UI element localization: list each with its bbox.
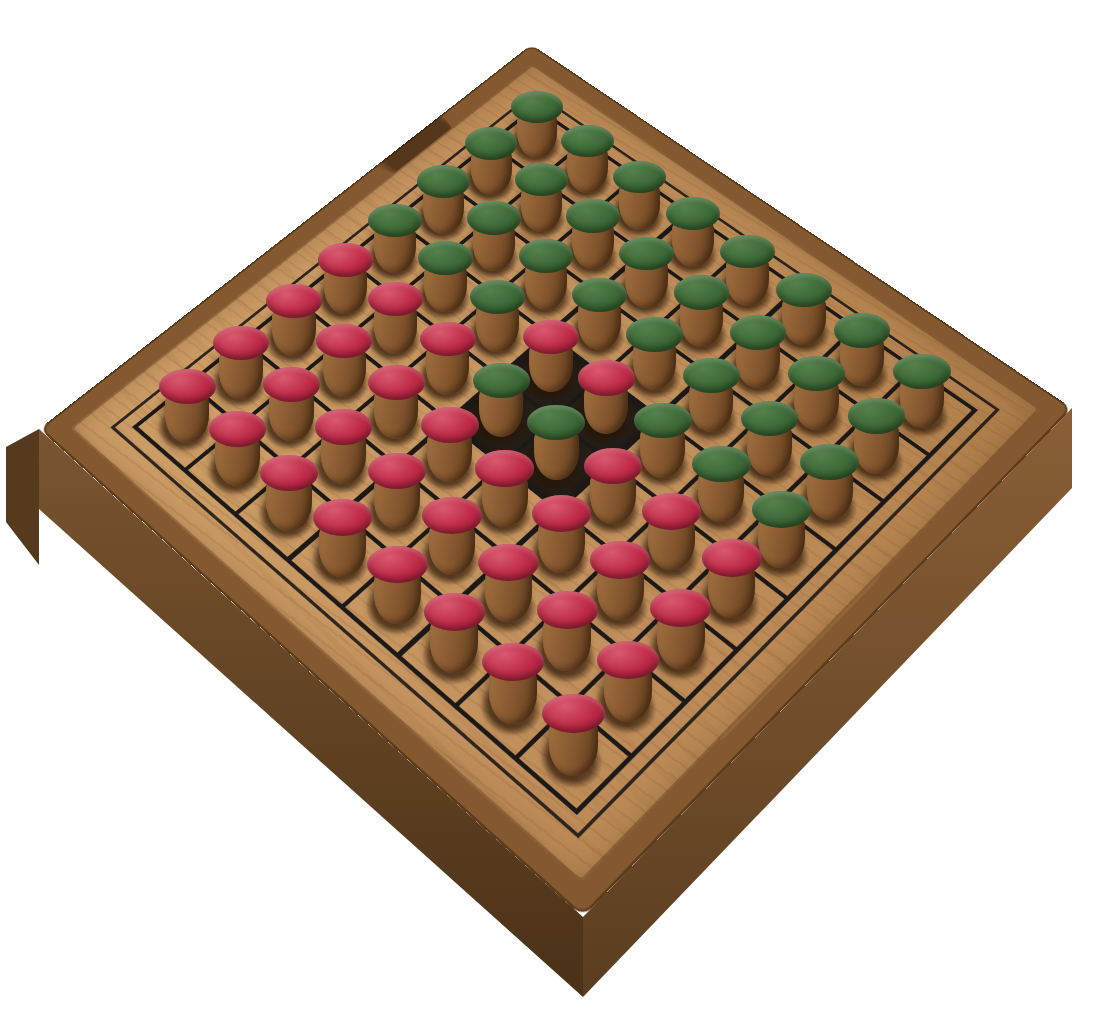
peg-red-b6[interactable]	[316, 324, 372, 398]
peg-red-b8[interactable]	[209, 411, 267, 487]
peg-red-a8[interactable]	[159, 369, 216, 443]
peg-top	[532, 495, 592, 532]
peg-top	[626, 317, 682, 352]
peg-top	[266, 284, 321, 318]
peg-red-h7[interactable]	[597, 641, 659, 723]
peg-red-a7[interactable]	[213, 326, 269, 399]
peg-red-h8[interactable]	[542, 694, 605, 777]
peg-red-e4[interactable]	[578, 360, 635, 435]
peg-top	[473, 363, 530, 398]
peg-top	[465, 127, 517, 159]
peg-top	[159, 369, 216, 404]
peg-red-g6[interactable]	[590, 541, 651, 620]
peg-green-e5[interactable]	[527, 405, 585, 481]
peg-top	[475, 450, 534, 486]
peg-red-f5[interactable]	[584, 448, 643, 525]
peg-top	[418, 241, 473, 275]
peg-top	[422, 497, 482, 534]
peg-green-f4[interactable]	[634, 403, 692, 479]
peg-green-a1[interactable]	[511, 91, 563, 159]
peg-red-f7[interactable]	[478, 544, 538, 623]
peg-top	[720, 235, 775, 269]
peg-top	[424, 593, 485, 631]
peg-top	[597, 641, 659, 679]
peg-top	[590, 541, 651, 578]
peg-top	[674, 275, 729, 309]
peg-top	[209, 411, 267, 447]
peg-top	[613, 161, 666, 194]
peg-red-f8[interactable]	[424, 593, 485, 673]
peg-red-a5[interactable]	[318, 243, 373, 314]
peg-top	[420, 322, 476, 357]
peg-top	[527, 405, 585, 441]
peg-red-g8[interactable]	[482, 643, 544, 725]
peg-top	[482, 643, 544, 681]
peg-top	[367, 546, 427, 583]
peg-top	[313, 499, 372, 536]
peg-top	[470, 280, 525, 314]
peg-green-b1[interactable]	[561, 125, 613, 194]
peg-top	[318, 243, 373, 277]
peg-top	[650, 589, 712, 627]
peg-red-d7[interactable]	[368, 453, 427, 530]
peg-red-b7[interactable]	[263, 367, 320, 442]
peg-red-g5[interactable]	[642, 493, 702, 571]
peg-top	[368, 282, 423, 316]
peg-green-d2[interactable]	[619, 237, 674, 309]
peg-top	[519, 239, 574, 273]
peg-top	[752, 491, 812, 528]
peg-top	[263, 367, 320, 402]
peg-red-c5[interactable]	[420, 322, 476, 396]
peg-top	[421, 407, 479, 443]
peg-red-e8[interactable]	[367, 546, 427, 625]
peg-top	[572, 278, 627, 312]
peg-red-d4[interactable]	[523, 320, 579, 394]
peg-red-b5[interactable]	[368, 282, 423, 354]
peg-green-b4[interactable]	[418, 241, 473, 313]
photo-stage	[0, 0, 1095, 1024]
peg-top	[730, 315, 786, 350]
peg-green-e3[interactable]	[626, 317, 682, 391]
peg-top	[702, 539, 763, 576]
peg-green-c2[interactable]	[566, 199, 620, 270]
peg-top	[692, 446, 751, 482]
peg-red-a6[interactable]	[266, 284, 321, 356]
peg-top	[542, 694, 605, 733]
peg-top	[515, 163, 568, 196]
peg-green-a2[interactable]	[465, 127, 517, 196]
peg-top	[368, 453, 427, 489]
peg-top	[666, 197, 720, 230]
peg-red-d6[interactable]	[421, 407, 479, 483]
peg-green-a4[interactable]	[368, 204, 422, 275]
peg-red-e6[interactable]	[475, 450, 534, 527]
peg-top	[578, 360, 635, 395]
peg-green-c4[interactable]	[470, 280, 525, 353]
peg-top	[368, 365, 425, 400]
peg-red-e7[interactable]	[422, 497, 482, 575]
peg-top	[566, 199, 620, 232]
peg-top	[848, 398, 906, 434]
peg-red-g7[interactable]	[537, 591, 598, 672]
peg-green-c1[interactable]	[613, 161, 666, 231]
peg-red-d8[interactable]	[313, 499, 372, 577]
peg-top	[523, 320, 579, 355]
peg-top	[315, 409, 373, 445]
peg-top	[893, 354, 950, 389]
peg-top	[368, 204, 422, 237]
tray-left-step	[6, 429, 39, 565]
peg-top	[800, 444, 859, 480]
peg-top	[642, 493, 702, 530]
peg-top	[260, 455, 319, 491]
peg-top	[478, 544, 538, 581]
peg-green-c3[interactable]	[519, 239, 574, 311]
peg-top	[467, 201, 521, 234]
peg-red-c6[interactable]	[368, 365, 425, 440]
peg-red-c8[interactable]	[260, 455, 319, 532]
peg-red-f6[interactable]	[532, 495, 592, 573]
peg-green-b2[interactable]	[515, 163, 568, 233]
peg-green-d5[interactable]	[473, 363, 530, 438]
peg-top	[511, 91, 563, 123]
peg-top	[634, 403, 692, 439]
peg-green-b3[interactable]	[467, 201, 521, 272]
peg-top	[683, 358, 740, 393]
peg-green-d3[interactable]	[572, 278, 627, 351]
peg-top	[834, 313, 890, 348]
peg-green-a3[interactable]	[417, 165, 470, 235]
peg-red-c7[interactable]	[315, 409, 373, 485]
peg-top	[417, 165, 470, 198]
peg-top	[537, 591, 598, 629]
